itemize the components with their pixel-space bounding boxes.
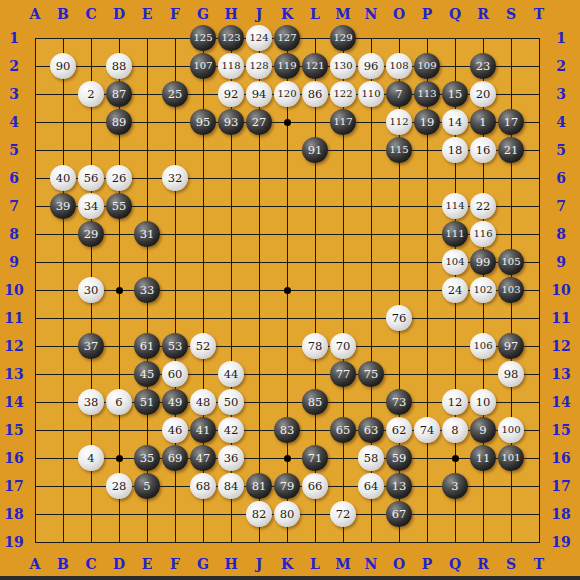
stone-white-122: 122 — [330, 81, 356, 107]
column-label-top-G: G — [197, 7, 209, 21]
column-label-bottom-A: A — [30, 557, 41, 571]
star-point-D16 — [116, 455, 123, 462]
row-label-left-4: 4 — [9, 115, 19, 129]
stone-white-114: 114 — [442, 193, 468, 219]
stone-black-19: 19 — [414, 109, 440, 135]
go-board-frame: 1234567891011121314151617181920212223242… — [0, 0, 580, 580]
stone-black-9: 9 — [470, 417, 496, 443]
column-label-bottom-K: K — [281, 557, 293, 571]
stone-white-8: 8 — [442, 417, 468, 443]
row-label-left-6: 6 — [9, 171, 19, 185]
stone-black-71: 71 — [302, 445, 328, 471]
stone-black-81: 81 — [246, 473, 272, 499]
stone-white-128: 128 — [246, 53, 272, 79]
row-label-right-9: 9 — [556, 255, 566, 269]
stone-white-12: 12 — [442, 389, 468, 415]
stone-white-66: 66 — [302, 473, 328, 499]
stone-white-16: 16 — [470, 137, 496, 163]
stone-white-92: 92 — [218, 81, 244, 107]
row-label-right-13: 13 — [551, 367, 570, 381]
stone-white-68: 68 — [190, 473, 216, 499]
stone-white-118: 118 — [218, 53, 244, 79]
stone-black-15: 15 — [442, 81, 468, 107]
stone-black-109: 109 — [414, 53, 440, 79]
stone-black-5: 5 — [134, 473, 160, 499]
stone-black-13: 13 — [386, 473, 412, 499]
stone-white-74: 74 — [414, 417, 440, 443]
stone-white-112: 112 — [386, 109, 412, 135]
stone-white-88: 88 — [106, 53, 132, 79]
row-label-right-16: 16 — [551, 451, 570, 465]
stone-black-73: 73 — [386, 389, 412, 415]
stone-black-115: 115 — [386, 137, 412, 163]
stone-white-84: 84 — [218, 473, 244, 499]
row-label-right-10: 10 — [551, 283, 570, 297]
stone-white-46: 46 — [162, 417, 188, 443]
column-label-top-K: K — [281, 7, 293, 21]
row-label-left-13: 13 — [4, 367, 23, 381]
stone-black-97: 97 — [498, 333, 524, 359]
stone-black-125: 125 — [190, 25, 216, 51]
star-point-Q16 — [452, 455, 459, 462]
row-label-left-9: 9 — [9, 255, 19, 269]
stone-white-48: 48 — [190, 389, 216, 415]
stone-white-52: 52 — [190, 333, 216, 359]
stone-white-6: 6 — [106, 389, 132, 415]
column-label-top-J: J — [256, 7, 263, 21]
column-label-bottom-B: B — [57, 557, 69, 571]
stone-black-39: 39 — [50, 193, 76, 219]
column-label-top-E: E — [142, 7, 153, 21]
stone-black-121: 121 — [302, 53, 328, 79]
column-label-bottom-R: R — [477, 557, 489, 571]
row-label-left-10: 10 — [4, 283, 23, 297]
row-label-left-11: 11 — [4, 311, 23, 325]
stone-black-91: 91 — [302, 137, 328, 163]
row-label-right-17: 17 — [551, 479, 570, 493]
stone-black-89: 89 — [106, 109, 132, 135]
stone-white-106: 106 — [470, 333, 496, 359]
row-label-left-5: 5 — [9, 143, 19, 157]
stone-black-59: 59 — [386, 445, 412, 471]
stone-white-18: 18 — [442, 137, 468, 163]
stone-black-23: 23 — [470, 53, 496, 79]
column-label-bottom-C: C — [85, 557, 96, 571]
go-board-grid[interactable]: 1234567891011121314151617181920212223242… — [35, 38, 540, 543]
column-label-bottom-S: S — [506, 557, 516, 571]
stone-white-116: 116 — [470, 221, 496, 247]
column-label-top-L: L — [310, 7, 320, 21]
stone-white-4: 4 — [78, 445, 104, 471]
stone-white-62: 62 — [386, 417, 412, 443]
stone-black-3: 3 — [442, 473, 468, 499]
stone-white-80: 80 — [274, 501, 300, 527]
stone-white-70: 70 — [330, 333, 356, 359]
stone-white-90: 90 — [50, 53, 76, 79]
column-label-top-A: A — [30, 7, 41, 21]
stone-white-44: 44 — [218, 361, 244, 387]
column-label-top-Q: Q — [449, 7, 461, 21]
stone-white-10: 10 — [470, 389, 496, 415]
stone-black-95: 95 — [190, 109, 216, 135]
column-label-top-N: N — [365, 7, 378, 21]
stone-black-111: 111 — [442, 221, 468, 247]
stone-black-55: 55 — [106, 193, 132, 219]
stone-black-7: 7 — [386, 81, 412, 107]
stone-white-96: 96 — [358, 53, 384, 79]
stone-black-33: 33 — [134, 277, 160, 303]
stone-black-99: 99 — [470, 249, 496, 275]
stone-black-107: 107 — [190, 53, 216, 79]
row-label-right-3: 3 — [556, 87, 566, 101]
stone-black-69: 69 — [162, 445, 188, 471]
stone-white-86: 86 — [302, 81, 328, 107]
row-label-right-15: 15 — [551, 423, 570, 437]
stone-white-56: 56 — [78, 165, 104, 191]
column-label-bottom-F: F — [170, 557, 180, 571]
column-label-top-M: M — [335, 7, 351, 21]
row-label-left-2: 2 — [9, 59, 19, 73]
stone-white-42: 42 — [218, 417, 244, 443]
stone-black-1: 1 — [470, 109, 496, 135]
row-label-right-19: 19 — [551, 535, 570, 549]
stone-black-53: 53 — [162, 333, 188, 359]
row-label-left-16: 16 — [4, 451, 23, 465]
stone-black-67: 67 — [386, 501, 412, 527]
stone-black-41: 41 — [190, 417, 216, 443]
stone-black-61: 61 — [134, 333, 160, 359]
column-label-top-H: H — [224, 7, 237, 21]
stone-white-32: 32 — [162, 165, 188, 191]
column-label-top-S: S — [506, 7, 516, 21]
stone-black-101: 101 — [498, 445, 524, 471]
row-label-right-4: 4 — [556, 115, 566, 129]
column-label-bottom-M: M — [335, 557, 351, 571]
row-label-right-14: 14 — [551, 395, 570, 409]
stone-white-102: 102 — [470, 277, 496, 303]
column-label-top-T: T — [534, 7, 544, 21]
column-label-bottom-D: D — [113, 557, 125, 571]
stone-white-64: 64 — [358, 473, 384, 499]
star-point-K10 — [284, 287, 291, 294]
stone-black-75: 75 — [358, 361, 384, 387]
column-label-top-B: B — [57, 7, 69, 21]
column-label-bottom-Q: Q — [449, 557, 461, 571]
column-label-bottom-J: J — [256, 557, 263, 571]
stone-white-26: 26 — [106, 165, 132, 191]
stone-black-103: 103 — [498, 277, 524, 303]
column-label-bottom-G: G — [197, 557, 209, 571]
stone-white-38: 38 — [78, 389, 104, 415]
row-label-right-8: 8 — [556, 227, 566, 241]
stone-black-11: 11 — [470, 445, 496, 471]
stone-white-50: 50 — [218, 389, 244, 415]
stone-white-104: 104 — [442, 249, 468, 275]
stone-black-51: 51 — [134, 389, 160, 415]
stone-black-117: 117 — [330, 109, 356, 135]
stone-white-76: 76 — [386, 305, 412, 331]
row-label-left-12: 12 — [4, 339, 23, 353]
column-label-bottom-P: P — [422, 557, 433, 571]
stone-black-17: 17 — [498, 109, 524, 135]
row-label-left-1: 1 — [9, 31, 19, 45]
stone-black-85: 85 — [302, 389, 328, 415]
stone-white-100: 100 — [498, 417, 524, 443]
row-label-left-18: 18 — [4, 507, 23, 521]
row-label-right-11: 11 — [551, 311, 570, 325]
stone-black-27: 27 — [246, 109, 272, 135]
stone-black-35: 35 — [134, 445, 160, 471]
stone-white-98: 98 — [498, 361, 524, 387]
stone-black-45: 45 — [134, 361, 160, 387]
row-label-left-14: 14 — [4, 395, 23, 409]
stone-white-82: 82 — [246, 501, 272, 527]
stone-black-105: 105 — [498, 249, 524, 275]
stone-black-123: 123 — [218, 25, 244, 51]
stone-black-25: 25 — [162, 81, 188, 107]
stone-white-34: 34 — [78, 193, 104, 219]
row-label-left-3: 3 — [9, 87, 19, 101]
stone-white-94: 94 — [246, 81, 272, 107]
stone-white-2: 2 — [78, 81, 104, 107]
stone-black-37: 37 — [78, 333, 104, 359]
row-label-left-15: 15 — [4, 423, 23, 437]
star-point-K4 — [284, 119, 291, 126]
stone-white-14: 14 — [442, 109, 468, 135]
row-label-left-17: 17 — [4, 479, 23, 493]
row-label-right-18: 18 — [551, 507, 570, 521]
stone-black-93: 93 — [218, 109, 244, 135]
column-label-top-O: O — [393, 7, 405, 21]
stone-black-47: 47 — [190, 445, 216, 471]
stone-black-63: 63 — [358, 417, 384, 443]
column-label-bottom-H: H — [224, 557, 237, 571]
stone-white-22: 22 — [470, 193, 496, 219]
stone-white-40: 40 — [50, 165, 76, 191]
stone-black-77: 77 — [330, 361, 356, 387]
row-label-left-8: 8 — [9, 227, 19, 241]
stone-black-21: 21 — [498, 137, 524, 163]
column-label-bottom-T: T — [534, 557, 544, 571]
row-label-right-12: 12 — [551, 339, 570, 353]
column-label-top-C: C — [85, 7, 96, 21]
stone-black-79: 79 — [274, 473, 300, 499]
stone-black-29: 29 — [78, 221, 104, 247]
stone-black-87: 87 — [106, 81, 132, 107]
stone-white-60: 60 — [162, 361, 188, 387]
row-label-left-19: 19 — [4, 535, 23, 549]
row-label-right-7: 7 — [556, 199, 566, 213]
stone-white-72: 72 — [330, 501, 356, 527]
stone-black-129: 129 — [330, 25, 356, 51]
stone-black-113: 113 — [414, 81, 440, 107]
stone-black-49: 49 — [162, 389, 188, 415]
stone-white-78: 78 — [302, 333, 328, 359]
column-label-top-P: P — [422, 7, 433, 21]
row-label-left-7: 7 — [9, 199, 19, 213]
column-label-top-R: R — [477, 7, 489, 21]
stone-white-30: 30 — [78, 277, 104, 303]
stone-white-130: 130 — [330, 53, 356, 79]
stone-white-58: 58 — [358, 445, 384, 471]
column-label-top-F: F — [170, 7, 180, 21]
row-label-right-5: 5 — [556, 143, 566, 157]
stone-black-65: 65 — [330, 417, 356, 443]
stone-white-110: 110 — [358, 81, 384, 107]
row-label-right-2: 2 — [556, 59, 566, 73]
stone-black-31: 31 — [134, 221, 160, 247]
stone-black-83: 83 — [274, 417, 300, 443]
stone-black-127: 127 — [274, 25, 300, 51]
row-label-right-6: 6 — [556, 171, 566, 185]
column-label-bottom-N: N — [365, 557, 378, 571]
stone-white-120: 120 — [274, 81, 300, 107]
column-label-top-D: D — [113, 7, 125, 21]
column-label-bottom-E: E — [142, 557, 153, 571]
row-label-right-1: 1 — [556, 31, 566, 45]
column-label-bottom-O: O — [393, 557, 405, 571]
window-bottom-edge — [0, 576, 580, 580]
stone-white-20: 20 — [470, 81, 496, 107]
column-label-bottom-L: L — [310, 557, 320, 571]
stone-white-28: 28 — [106, 473, 132, 499]
stone-black-119: 119 — [274, 53, 300, 79]
stone-white-108: 108 — [386, 53, 412, 79]
stone-white-24: 24 — [442, 277, 468, 303]
star-point-D10 — [116, 287, 123, 294]
stone-white-124: 124 — [246, 25, 272, 51]
stone-white-36: 36 — [218, 445, 244, 471]
star-point-K16 — [284, 455, 291, 462]
